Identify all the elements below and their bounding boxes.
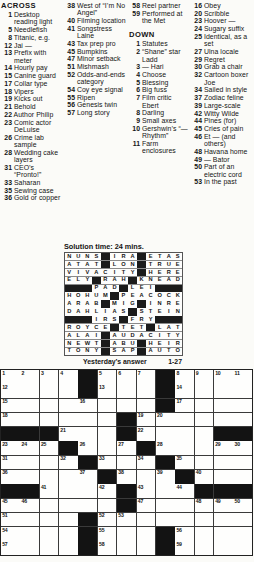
solution-letter: Y xyxy=(176,333,180,339)
grid-cell[interactable]: 22 xyxy=(137,427,156,441)
grid-cell[interactable] xyxy=(20,413,39,427)
grid-cell[interactable]: 15 xyxy=(1,399,20,413)
clue-text: Reel partner xyxy=(140,2,180,9)
grid-cell[interactable] xyxy=(156,499,175,513)
grid-cell: E xyxy=(146,253,155,260)
grid-cell[interactable] xyxy=(40,541,59,555)
clue-text: Ripen xyxy=(75,94,95,101)
grid-cell[interactable]: 8 xyxy=(175,370,194,384)
grid-cell[interactable]: 38 xyxy=(117,470,136,484)
clue: 21 Behold xyxy=(1,103,61,110)
grid-cell[interactable] xyxy=(40,513,59,527)
clue-text: Identical, as a set xyxy=(202,33,247,47)
grid-cell: P xyxy=(128,348,137,355)
solution-letter: T xyxy=(167,333,170,339)
grid-cell: Y xyxy=(83,277,92,284)
grid-cell: D xyxy=(173,277,182,284)
grid-cell[interactable] xyxy=(214,413,233,427)
clue: 27 Ulna locale xyxy=(191,48,253,55)
clue-number: 59 xyxy=(129,10,140,17)
grid-cell[interactable]: 30 xyxy=(233,441,252,455)
grid-cell[interactable] xyxy=(214,527,233,541)
cell-number: 33 xyxy=(99,456,104,461)
grid-cell[interactable] xyxy=(78,427,97,441)
grid-cell[interactable]: 33 xyxy=(98,456,117,470)
grid-cell[interactable]: 42 xyxy=(98,484,117,498)
clue: 18 Vipers xyxy=(1,88,61,95)
grid-cell[interactable] xyxy=(40,399,59,413)
grid-cell: N xyxy=(155,300,164,307)
clue-number: 13 xyxy=(1,49,12,56)
cell-number: 34 xyxy=(138,456,143,461)
cell-number: 32 xyxy=(60,456,65,461)
grid-cell: T xyxy=(164,332,173,339)
solution-letter: O xyxy=(176,348,180,354)
solution-letter: E xyxy=(158,270,162,276)
grid-cell[interactable]: 27 xyxy=(117,441,136,455)
grid-cell: C xyxy=(101,269,110,276)
clue-text: Sugary suffix xyxy=(202,25,244,32)
clue-text: Songstress Laine xyxy=(75,25,112,39)
cell-number: 50 xyxy=(235,499,240,504)
grid-cell[interactable] xyxy=(117,384,136,398)
solution-letter: E xyxy=(67,277,71,283)
cell-number: 41 xyxy=(41,485,46,490)
solution-letter: V xyxy=(67,270,71,276)
solution-letter: R xyxy=(76,301,80,307)
grid-cell[interactable] xyxy=(137,527,156,541)
solution-letter: R xyxy=(140,317,144,323)
grid-cell[interactable] xyxy=(59,499,78,513)
grid-cell[interactable] xyxy=(20,527,39,541)
cell-number: 40 xyxy=(196,470,201,475)
clue: 9 Small axes xyxy=(129,117,189,124)
grid-cell: H xyxy=(119,277,128,284)
grid-cell[interactable] xyxy=(214,399,233,413)
grid-cell: S xyxy=(119,308,128,315)
grid-cell[interactable] xyxy=(98,499,117,513)
grid-cell[interactable] xyxy=(59,470,78,484)
grid-cell[interactable] xyxy=(175,499,194,513)
clue: 2 “Shane” star Ladd xyxy=(129,48,189,63)
grid-cell[interactable] xyxy=(117,456,136,470)
solution-letter: S xyxy=(113,348,117,354)
grid-cell[interactable] xyxy=(59,484,78,498)
solution-letter: I xyxy=(123,301,125,307)
grid-cell[interactable]: 51 xyxy=(1,513,20,527)
grid-cell: N xyxy=(128,261,137,268)
solution-letter: N xyxy=(176,309,180,315)
grid-cell[interactable] xyxy=(98,441,117,455)
black-cell xyxy=(1,427,20,441)
solution-letter: E xyxy=(158,341,162,347)
clue-number: 52 xyxy=(64,71,75,78)
grid-cell[interactable]: 9 xyxy=(195,370,214,384)
grid-cell[interactable] xyxy=(195,384,214,398)
grid-cell: A xyxy=(65,332,74,339)
yesterday-answer-caption: Yesterday’s answer 1-27 xyxy=(64,358,182,365)
black-cell xyxy=(156,541,175,555)
grid-cell[interactable] xyxy=(195,427,214,441)
grid-cell[interactable] xyxy=(98,427,117,441)
black-cell xyxy=(117,413,136,427)
grid-cell[interactable]: 23 xyxy=(1,441,20,455)
grid-cell[interactable]: 13 xyxy=(98,384,117,398)
cell-number: 20 xyxy=(157,413,162,418)
grid-cell[interactable]: 40 xyxy=(195,470,214,484)
clue: 30 Grab a chair xyxy=(191,63,253,70)
black-cell xyxy=(101,340,110,347)
clue: 12 Jai — xyxy=(1,42,61,49)
grid-cell: E xyxy=(155,277,164,284)
solution-letter: M xyxy=(103,293,108,299)
grid-cell[interactable]: 1 xyxy=(1,370,20,384)
grid-cell[interactable]: 20 xyxy=(156,413,175,427)
grid-cell[interactable] xyxy=(137,541,156,555)
grid-cell[interactable]: 46 xyxy=(20,499,39,513)
solution-letter: I xyxy=(150,301,152,307)
grid-cell: A xyxy=(110,332,119,339)
grid-cell[interactable] xyxy=(175,441,194,455)
grid-cell[interactable] xyxy=(195,456,214,470)
grid-cell: U xyxy=(164,261,173,268)
grid-cell[interactable]: 28 xyxy=(156,441,175,455)
grid-cell[interactable]: 6 xyxy=(117,370,136,384)
grid-cell[interactable] xyxy=(214,541,233,555)
grid-cell[interactable] xyxy=(214,513,233,527)
clue-text: Small axes xyxy=(140,117,176,124)
black-cell xyxy=(156,384,175,398)
solution-letter: A xyxy=(130,254,134,260)
grid-cell[interactable]: 52 xyxy=(98,513,117,527)
clue-number: 24 xyxy=(191,25,202,32)
grid-cell[interactable] xyxy=(175,513,194,527)
clue-text: Odds-and-ends category xyxy=(75,71,125,85)
clue-list-header-across: ACROSS xyxy=(1,2,61,10)
grid-cell[interactable]: 54 xyxy=(1,527,20,541)
grid-cell[interactable]: 10 xyxy=(214,370,233,384)
grid-cell[interactable]: 37 xyxy=(78,470,97,484)
grid-cell: R xyxy=(101,277,110,284)
clue-text: Ulna locale xyxy=(202,48,239,55)
cell-number: 57 xyxy=(2,542,7,547)
solution-letter: I xyxy=(78,270,80,276)
solution-letter: T xyxy=(149,309,152,315)
grid-cell[interactable] xyxy=(137,384,156,398)
grid-cell[interactable] xyxy=(214,456,233,470)
solution-letter: E xyxy=(149,254,153,260)
grid-cell[interactable] xyxy=(98,399,117,413)
clue-text: Comic actor DeLuise xyxy=(12,119,51,133)
clue: 45 Bumpkins xyxy=(64,48,126,55)
solution-letter: U xyxy=(130,341,134,347)
grid-cell[interactable] xyxy=(20,470,39,484)
grid-cell[interactable] xyxy=(195,441,214,455)
grid-cell[interactable]: 48 xyxy=(195,499,214,513)
grid-cell[interactable]: 34 xyxy=(137,456,156,470)
grid-cell[interactable] xyxy=(59,413,78,427)
grid-cell[interactable] xyxy=(59,399,78,413)
cell-number: 21 xyxy=(60,428,65,433)
clue: 41 Songstress Laine xyxy=(64,25,126,40)
clue-text: Part of an electric cord xyxy=(202,163,242,177)
solution-letter: E xyxy=(158,309,162,315)
grid-cell[interactable] xyxy=(40,527,59,541)
black-cell xyxy=(78,541,97,555)
grid-cell[interactable]: 21 xyxy=(59,427,78,441)
cell-number: 51 xyxy=(2,513,7,518)
cell-number: 39 xyxy=(157,470,162,475)
cell-number: 23 xyxy=(2,442,7,447)
clue: 13 Prefix with meter xyxy=(1,49,61,64)
grid-cell[interactable] xyxy=(40,413,59,427)
grid-cell[interactable]: 17 xyxy=(175,399,194,413)
clue-text: Long story xyxy=(75,109,110,116)
grid-cell[interactable]: 11 xyxy=(233,370,252,384)
grid-cell[interactable]: 59 xyxy=(175,541,194,555)
grid-cell[interactable] xyxy=(214,384,233,398)
grid-cell[interactable] xyxy=(78,413,97,427)
grid-cell: B xyxy=(119,340,128,347)
black-cell xyxy=(233,427,252,441)
grid-cell[interactable] xyxy=(59,513,78,527)
grid-cell[interactable] xyxy=(233,456,252,470)
grid-cell: R xyxy=(65,324,74,331)
solution-letter: V xyxy=(85,270,89,276)
clue-number: 5 xyxy=(1,26,12,33)
solution-letter: A xyxy=(149,348,153,354)
grid-cell[interactable]: 55 xyxy=(98,527,117,541)
clue-number: 7 xyxy=(129,94,140,101)
grid-cell[interactable]: 36 xyxy=(1,470,20,484)
clue-list-header-down: DOWN xyxy=(129,31,189,39)
solution-letter: I xyxy=(96,333,98,339)
solution-letter: A xyxy=(167,254,171,260)
clue-number: 2 xyxy=(129,48,140,55)
grid-cell[interactable] xyxy=(156,427,175,441)
solution-letter: T xyxy=(158,254,161,260)
black-cell xyxy=(173,285,182,292)
grid-cell[interactable] xyxy=(20,541,39,555)
grid-cell[interactable]: 45 xyxy=(1,499,20,513)
clue: 53 In the past xyxy=(191,178,253,185)
grid-cell: U xyxy=(128,340,137,347)
grid-cell[interactable]: 58 xyxy=(98,541,117,555)
grid-cell[interactable] xyxy=(117,527,136,541)
grid-cell: H xyxy=(83,308,92,315)
grid-cell[interactable]: 18 xyxy=(1,413,20,427)
grid-cell[interactable]: 14 xyxy=(175,384,194,398)
clue-number: 47 xyxy=(64,55,75,62)
grid-cell[interactable] xyxy=(20,399,39,413)
grid-cell[interactable]: 35 xyxy=(175,456,194,470)
cell-number: 2 xyxy=(22,371,25,376)
grid-cell[interactable]: 25 xyxy=(40,441,59,455)
solution-letter: C xyxy=(167,293,171,299)
solution-letter: N xyxy=(67,254,71,260)
grid-cell: C xyxy=(164,292,173,299)
grid-cell: L xyxy=(92,308,101,315)
solution-letter: S xyxy=(176,254,180,260)
cell-number: 37 xyxy=(80,470,85,475)
grid-cell[interactable] xyxy=(195,527,214,541)
clue: 46 Et — (and others) xyxy=(191,133,253,148)
grid-cell: I xyxy=(119,300,128,307)
grid-cell[interactable]: 43 xyxy=(137,484,156,498)
grid-cell: I xyxy=(92,332,101,339)
grid-cell[interactable] xyxy=(195,513,214,527)
black-cell xyxy=(137,348,146,355)
grid-cell: H xyxy=(83,292,92,299)
clue-number: 6 xyxy=(129,86,140,93)
grid-cell[interactable] xyxy=(233,541,252,555)
cell-number: 24 xyxy=(22,442,27,447)
grid-cell[interactable] xyxy=(20,513,39,527)
grid-cell[interactable] xyxy=(137,513,156,527)
grid-cell[interactable] xyxy=(20,384,39,398)
black-cell xyxy=(78,384,97,398)
clue-number: 20 xyxy=(191,10,202,17)
solution-letter: Y xyxy=(131,270,135,276)
solution-letter: B xyxy=(121,341,125,347)
grid-cell[interactable] xyxy=(233,527,252,541)
grid-cell[interactable] xyxy=(117,399,136,413)
grid-cell[interactable] xyxy=(214,470,233,484)
grid-cell[interactable]: 29 xyxy=(214,441,233,455)
grid-cell[interactable] xyxy=(195,541,214,555)
clue-number: 28 xyxy=(1,149,12,156)
clue: 3 — Hari xyxy=(129,63,189,70)
grid-cell[interactable] xyxy=(40,470,59,484)
grid-cell[interactable]: 49 xyxy=(214,499,233,513)
clue: 10 Gershwin’s “— Rhythm” xyxy=(129,125,189,140)
grid-cell[interactable] xyxy=(175,427,194,441)
grid-cell: A xyxy=(110,277,119,284)
grid-cell[interactable] xyxy=(233,470,252,484)
grid-cell[interactable]: 3 xyxy=(40,370,59,384)
grid-cell: M xyxy=(110,300,119,307)
clue-text: Gershwin’s “— Rhythm” xyxy=(140,125,188,139)
grid-cell: O xyxy=(74,348,83,355)
grid-cell[interactable] xyxy=(195,399,214,413)
grid-cell[interactable]: 41 xyxy=(40,484,59,498)
grid-cell[interactable]: 32 xyxy=(59,456,78,470)
grid-cell[interactable] xyxy=(175,413,194,427)
clue-text: Farm enclosures xyxy=(140,140,176,154)
clue-text: Collar type xyxy=(12,80,47,87)
grid-cell[interactable]: 39 xyxy=(156,470,175,484)
clue: 42 Witty Wilde xyxy=(191,110,253,117)
grid-cell: Y xyxy=(128,269,137,276)
grid-cell[interactable] xyxy=(233,413,252,427)
clue-number: 29 xyxy=(191,56,202,63)
cell-number: 55 xyxy=(99,528,104,533)
grid-cell[interactable] xyxy=(233,399,252,413)
grid-cell[interactable]: 57 xyxy=(1,541,20,555)
solution-letter: A xyxy=(67,262,71,268)
grid-cell[interactable] xyxy=(20,456,39,470)
grid-cell[interactable]: 47 xyxy=(137,499,156,513)
grid-cell[interactable] xyxy=(59,384,78,398)
grid-cell[interactable] xyxy=(40,384,59,398)
grid-cell[interactable]: 19 xyxy=(137,413,156,427)
solution-letter: O xyxy=(76,293,80,299)
grid-cell[interactable]: 5 xyxy=(98,370,117,384)
solution-letter: E xyxy=(140,285,144,291)
grid-cell[interactable]: 31 xyxy=(1,456,20,470)
solution-letter: O xyxy=(157,293,161,299)
grid-cell[interactable] xyxy=(156,484,175,498)
grid-cell[interactable] xyxy=(59,541,78,555)
solution-letter: L xyxy=(158,325,161,331)
clue-number: 18 xyxy=(1,88,12,95)
grid-cell[interactable] xyxy=(137,399,156,413)
grid-cell: R xyxy=(173,340,182,347)
grid-cell[interactable]: 26 xyxy=(78,441,97,455)
grid-cell[interactable]: 4 xyxy=(59,370,78,384)
grid-cell[interactable] xyxy=(233,384,252,398)
solution-letter: U xyxy=(121,333,125,339)
grid-cell[interactable] xyxy=(98,413,117,427)
grid-cell[interactable] xyxy=(40,456,59,470)
grid-cell: E xyxy=(65,277,74,284)
solution-letter: U xyxy=(167,262,171,268)
black-cell xyxy=(110,292,119,299)
solution-letter: I xyxy=(168,309,170,315)
black-cell xyxy=(137,300,146,307)
clue-text: West of “I’m No Angel” xyxy=(75,2,125,16)
grid-cell[interactable] xyxy=(195,413,214,427)
black-cell xyxy=(175,470,194,484)
clue-text: Sailed in style xyxy=(202,86,247,93)
grid-cell[interactable]: 44 xyxy=(175,484,194,498)
grid-cell[interactable] xyxy=(59,527,78,541)
solution-letter: T xyxy=(140,325,143,331)
grid-cell: T xyxy=(146,261,155,268)
grid-cell[interactable]: 56 xyxy=(175,527,194,541)
grid-cell[interactable] xyxy=(117,541,136,555)
clue: 33 Saharan xyxy=(1,179,61,186)
grid-cell[interactable]: 24 xyxy=(20,441,39,455)
grid-cell[interactable] xyxy=(156,513,175,527)
grid-cell[interactable]: 50 xyxy=(233,499,252,513)
grid-cell[interactable]: 16 xyxy=(78,399,97,413)
clue: 45 Cries of pain xyxy=(191,125,253,132)
grid-cell[interactable] xyxy=(40,499,59,513)
grid-cell[interactable]: 7 xyxy=(137,370,156,384)
grid-cell[interactable] xyxy=(78,484,97,498)
clue-text: Cries of pain xyxy=(202,125,243,132)
grid-cell[interactable] xyxy=(233,513,252,527)
solution-letter: E xyxy=(176,262,180,268)
cell-number: 29 xyxy=(215,442,220,447)
grid-cell: N xyxy=(65,253,74,260)
clue: 50 Part of an electric cord xyxy=(191,163,253,178)
clue-number: 1 xyxy=(1,11,12,18)
grid-cell[interactable] xyxy=(137,470,156,484)
grid-cell[interactable]: 2 xyxy=(20,370,39,384)
cell-number: 42 xyxy=(99,485,104,490)
grid-cell[interactable] xyxy=(78,499,97,513)
grid-cell[interactable]: 12 xyxy=(1,384,20,398)
solution-letter: R xyxy=(103,277,107,283)
solution-letter: K xyxy=(176,293,180,299)
grid-cell[interactable]: 53 xyxy=(117,513,136,527)
clue: 57 Long story xyxy=(64,109,126,116)
solution-letter: L xyxy=(77,333,80,339)
solution-letter: T xyxy=(176,325,179,331)
solution-letter: N xyxy=(130,262,134,268)
